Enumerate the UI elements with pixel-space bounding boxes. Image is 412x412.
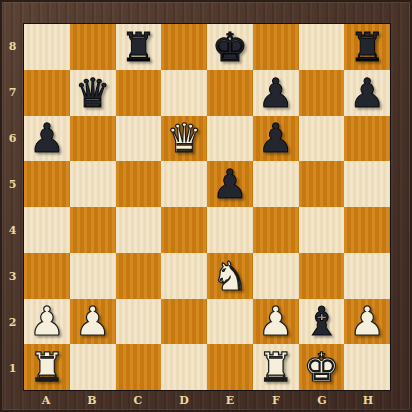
square-d8[interactable] [161,24,207,70]
piece-white-rook-a1[interactable]: ♜ [24,344,70,390]
square-b7[interactable]: ♛ [70,70,116,116]
square-b6[interactable] [70,116,116,162]
square-e6[interactable] [207,116,253,162]
square-h1[interactable] [344,344,390,390]
piece-white-knight-e3[interactable]: ♞ [207,253,253,299]
square-g8[interactable] [299,24,345,70]
square-a7[interactable] [24,70,70,116]
file-label-h: H [345,391,391,410]
square-h8[interactable]: ♜ [344,24,390,70]
chess-board-frame: 87654321 ♜♚♜♛♟♟♟♛♟♟♞♟♟♟♝♟♜♜♚ ABCDEFGH [0,0,412,412]
square-g1[interactable]: ♚ [299,344,345,390]
square-a2[interactable]: ♟ [24,299,70,345]
piece-black-pawn-f7[interactable]: ♟ [253,70,299,116]
piece-white-pawn-f2[interactable]: ♟ [253,299,299,345]
square-h5[interactable] [344,161,390,207]
square-h3[interactable] [344,253,390,299]
file-label-d: D [161,391,207,410]
piece-white-pawn-b2[interactable]: ♟ [70,299,116,345]
square-b4[interactable] [70,207,116,253]
square-e5[interactable]: ♟ [207,161,253,207]
piece-white-pawn-a2[interactable]: ♟ [24,299,70,345]
piece-black-rook-h8[interactable]: ♜ [344,24,390,70]
square-c1[interactable] [116,344,162,390]
square-a8[interactable] [24,24,70,70]
piece-black-queen-b7[interactable]: ♛ [70,70,116,116]
square-d3[interactable] [161,253,207,299]
square-g7[interactable] [299,70,345,116]
piece-black-pawn-a6[interactable]: ♟ [24,116,70,162]
square-f3[interactable] [253,253,299,299]
square-e7[interactable] [207,70,253,116]
piece-white-queen-d6[interactable]: ♛ [161,116,207,162]
square-d2[interactable] [161,299,207,345]
piece-black-bishop-g2[interactable]: ♝ [299,299,345,345]
piece-white-king-g1[interactable]: ♚ [299,344,345,390]
square-e2[interactable] [207,299,253,345]
square-f4[interactable] [253,207,299,253]
square-d1[interactable] [161,344,207,390]
square-g2[interactable]: ♝ [299,299,345,345]
square-f8[interactable] [253,24,299,70]
square-c3[interactable] [116,253,162,299]
piece-black-rook-c8[interactable]: ♜ [116,24,162,70]
piece-white-pawn-h2[interactable]: ♟ [344,299,390,345]
square-c6[interactable] [116,116,162,162]
square-g4[interactable] [299,207,345,253]
square-e8[interactable]: ♚ [207,24,253,70]
square-a5[interactable] [24,161,70,207]
square-d7[interactable] [161,70,207,116]
square-f1[interactable]: ♜ [253,344,299,390]
rank-label-3: 3 [2,253,23,299]
square-c5[interactable] [116,161,162,207]
square-a1[interactable]: ♜ [24,344,70,390]
square-d6[interactable]: ♛ [161,116,207,162]
square-b8[interactable] [70,24,116,70]
square-h6[interactable] [344,116,390,162]
piece-white-rook-f1[interactable]: ♜ [253,344,299,390]
rank-label-2: 2 [2,299,23,345]
file-label-a: A [23,391,69,410]
square-a3[interactable] [24,253,70,299]
rank-label-7: 7 [2,69,23,115]
rank-label-1: 1 [2,345,23,391]
piece-black-pawn-f6[interactable]: ♟ [253,116,299,162]
file-label-g: G [299,391,345,410]
file-label-e: E [207,391,253,410]
square-h4[interactable] [344,207,390,253]
square-f7[interactable]: ♟ [253,70,299,116]
square-c4[interactable] [116,207,162,253]
square-a4[interactable] [24,207,70,253]
square-e3[interactable]: ♞ [207,253,253,299]
file-label-c: C [115,391,161,410]
piece-black-pawn-e5[interactable]: ♟ [207,161,253,207]
square-f6[interactable]: ♟ [253,116,299,162]
square-g5[interactable] [299,161,345,207]
rank-label-6: 6 [2,115,23,161]
square-d5[interactable] [161,161,207,207]
square-c7[interactable] [116,70,162,116]
rank-label-8: 8 [2,23,23,69]
square-e1[interactable] [207,344,253,390]
square-c8[interactable]: ♜ [116,24,162,70]
square-b2[interactable]: ♟ [70,299,116,345]
square-b5[interactable] [70,161,116,207]
square-f2[interactable]: ♟ [253,299,299,345]
square-c2[interactable] [116,299,162,345]
square-g3[interactable] [299,253,345,299]
square-e4[interactable] [207,207,253,253]
square-b1[interactable] [70,344,116,390]
chess-board[interactable]: ♜♚♜♛♟♟♟♛♟♟♞♟♟♟♝♟♜♜♚ [23,23,391,391]
square-h2[interactable]: ♟ [344,299,390,345]
square-d4[interactable] [161,207,207,253]
piece-black-king-e8[interactable]: ♚ [207,24,253,70]
square-g6[interactable] [299,116,345,162]
file-label-f: F [253,391,299,410]
rank-label-5: 5 [2,161,23,207]
square-a6[interactable]: ♟ [24,116,70,162]
file-label-b: B [69,391,115,410]
square-h7[interactable]: ♟ [344,70,390,116]
rank-labels: 87654321 [2,23,23,391]
file-labels: ABCDEFGH [23,391,391,410]
square-f5[interactable] [253,161,299,207]
rank-label-4: 4 [2,207,23,253]
square-b3[interactable] [70,253,116,299]
piece-black-pawn-h7[interactable]: ♟ [344,70,390,116]
